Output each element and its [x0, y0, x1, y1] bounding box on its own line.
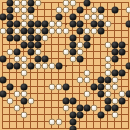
stone-white — [90, 13, 97, 20]
stone-black — [97, 76, 104, 83]
stone-white — [20, 55, 27, 62]
stone-black — [69, 41, 76, 48]
stone-white — [13, 6, 20, 13]
go-board[interactable] — [0, 0, 130, 130]
hoshi-point — [65, 23, 67, 25]
stone-black — [111, 6, 118, 13]
stone-black — [118, 41, 125, 48]
stone-white — [20, 20, 27, 27]
stone-black — [20, 97, 27, 104]
stone-black — [97, 90, 104, 97]
go-app-window — [0, 0, 130, 130]
stone-white — [62, 27, 69, 34]
stone-black — [13, 48, 20, 55]
stone-white — [20, 62, 27, 69]
stone-black — [104, 97, 111, 104]
stone-white — [76, 76, 83, 83]
stone-white — [90, 6, 97, 13]
stone-white — [83, 90, 90, 97]
stone-white — [41, 34, 48, 41]
stone-white — [6, 97, 13, 104]
stone-white — [13, 27, 20, 34]
stone-black — [55, 13, 62, 20]
stone-black — [27, 48, 34, 55]
stone-white — [27, 13, 34, 20]
stone-black — [104, 76, 111, 83]
stone-white — [104, 20, 111, 27]
stone-white — [48, 20, 55, 27]
stone-black — [83, 104, 90, 111]
stone-black — [97, 20, 104, 27]
stone-black — [6, 27, 13, 34]
stone-black — [20, 41, 27, 48]
stone-black — [69, 34, 76, 41]
stone-black — [83, 41, 90, 48]
stone-black — [111, 69, 118, 76]
stone-white — [62, 6, 69, 13]
stone-black — [76, 104, 83, 111]
stone-black — [76, 27, 83, 34]
stone-white — [55, 83, 62, 90]
stone-black — [69, 97, 76, 104]
stone-black — [76, 55, 83, 62]
stone-white — [55, 20, 62, 27]
stone-black — [41, 55, 48, 62]
stone-black — [97, 83, 104, 90]
stone-black — [111, 104, 118, 111]
stone-black — [6, 62, 13, 69]
stone-black — [27, 41, 34, 48]
stone-white — [90, 104, 97, 111]
stone-black — [76, 111, 83, 118]
stone-black — [83, 34, 90, 41]
stone-white — [13, 90, 20, 97]
stone-black — [27, 20, 34, 27]
stone-white — [55, 27, 62, 34]
stone-white — [6, 48, 13, 55]
stone-black — [111, 55, 118, 62]
stone-white — [27, 97, 34, 104]
stone-black — [34, 20, 41, 27]
stone-white — [104, 62, 111, 69]
stone-white — [83, 69, 90, 76]
stone-white — [111, 97, 118, 104]
stone-white — [55, 6, 62, 13]
stone-black — [69, 48, 76, 55]
stone-black — [41, 20, 48, 27]
stone-black — [6, 6, 13, 13]
stone-black — [6, 20, 13, 27]
stone-black — [69, 118, 76, 125]
stone-white — [76, 41, 83, 48]
stone-white — [104, 83, 111, 90]
stone-black — [27, 62, 34, 69]
stone-white — [34, 27, 41, 34]
stone-black — [62, 97, 69, 104]
stone-black — [20, 27, 27, 34]
stone-black — [118, 48, 125, 55]
stone-white — [55, 118, 62, 125]
stone-white — [104, 90, 111, 97]
stone-white — [83, 76, 90, 83]
stone-black — [90, 83, 97, 90]
stone-black — [34, 41, 41, 48]
stone-white — [13, 104, 20, 111]
stone-black — [27, 27, 34, 34]
stone-black — [97, 6, 104, 13]
stone-black — [76, 6, 83, 13]
stone-white — [83, 27, 90, 34]
stone-black — [97, 111, 104, 118]
stone-black — [69, 111, 76, 118]
stone-white — [48, 83, 55, 90]
hoshi-point — [23, 107, 25, 109]
stone-black — [125, 62, 130, 69]
stone-white — [104, 41, 111, 48]
stone-white — [111, 76, 118, 83]
stone-white — [76, 48, 83, 55]
stone-black — [125, 90, 130, 97]
stone-white — [20, 69, 27, 76]
stone-black — [27, 6, 34, 13]
stone-white — [104, 69, 111, 76]
stone-white — [48, 118, 55, 125]
stone-white — [104, 55, 111, 62]
stone-black — [69, 125, 76, 130]
stone-black — [69, 13, 76, 20]
stone-black — [76, 20, 83, 27]
stone-white — [90, 27, 97, 34]
stone-black — [20, 83, 27, 90]
stone-black — [6, 34, 13, 41]
stone-white — [34, 48, 41, 55]
stone-black — [118, 69, 125, 76]
stone-white — [48, 62, 55, 69]
stone-white — [111, 111, 118, 118]
stone-black — [125, 20, 130, 27]
stone-black — [55, 62, 62, 69]
stone-black — [6, 13, 13, 20]
stone-white — [20, 111, 27, 118]
stone-black — [62, 83, 69, 90]
stone-white — [97, 13, 104, 20]
hoshi-point — [65, 65, 67, 67]
stone-black — [13, 20, 20, 27]
stone-white — [111, 83, 118, 90]
stone-white — [20, 90, 27, 97]
stone-black — [27, 34, 34, 41]
stone-black — [104, 104, 111, 111]
stone-white — [13, 55, 20, 62]
stone-white — [20, 13, 27, 20]
stone-black — [90, 20, 97, 27]
stone-black — [13, 34, 20, 41]
stone-black — [97, 27, 104, 34]
stone-white — [62, 104, 69, 111]
stone-black — [13, 62, 20, 69]
stone-white — [34, 62, 41, 69]
stone-black — [118, 97, 125, 104]
stone-white — [125, 6, 130, 13]
stone-white — [20, 34, 27, 41]
stone-white — [41, 62, 48, 69]
stone-white — [69, 55, 76, 62]
stone-black — [69, 20, 76, 27]
stone-black — [41, 27, 48, 34]
stone-white — [118, 90, 125, 97]
stone-black — [111, 48, 118, 55]
stone-white — [62, 48, 69, 55]
stone-black — [111, 41, 118, 48]
stone-black — [34, 34, 41, 41]
stone-white — [48, 27, 55, 34]
stone-black — [34, 55, 41, 62]
stone-black — [6, 83, 13, 90]
stone-white — [83, 13, 90, 20]
stone-white — [20, 6, 27, 13]
